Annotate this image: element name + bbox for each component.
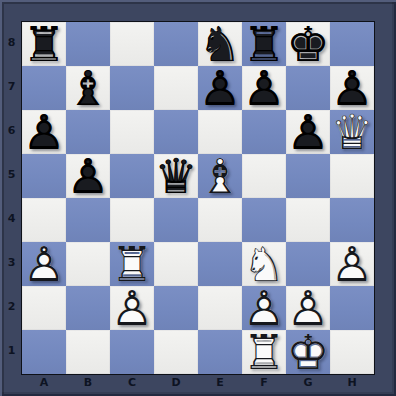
chessboard-frame: 87654321 ABCDEFGH ♜♖♞♘♜♖♚♔♝♗♟♙♟♙♟♙♟♙♟♙♛♕… [0, 0, 396, 396]
rank-label-1: 1 [2, 329, 21, 373]
square-b7[interactable]: ♝♗ [66, 66, 110, 110]
black-queen-outline: ♕ [154, 153, 198, 197]
rank-label-6: 6 [2, 109, 21, 153]
square-e1[interactable] [198, 330, 242, 374]
piece-white-queen-h6[interactable]: ♛♕ [330, 110, 374, 154]
square-c7[interactable] [110, 66, 154, 110]
piece-black-pawn-e7[interactable]: ♟♙ [198, 66, 242, 110]
black-king-outline: ♔ [286, 21, 330, 65]
piece-black-king-g8[interactable]: ♚♔ [286, 22, 330, 66]
piece-white-pawn-a3[interactable]: ♟♙ [22, 242, 66, 286]
piece-black-pawn-g6[interactable]: ♟♙ [286, 110, 330, 154]
square-a8[interactable]: ♜♖ [22, 22, 66, 66]
square-f1[interactable]: ♜♖ [242, 330, 286, 374]
square-g8[interactable]: ♚♔ [286, 22, 330, 66]
rank-label-5: 5 [2, 153, 21, 197]
square-c2[interactable]: ♟♙ [110, 286, 154, 330]
square-a1[interactable] [22, 330, 66, 374]
rank-labels: 87654321 [0, 21, 21, 375]
piece-black-pawn-b5[interactable]: ♟♙ [66, 154, 110, 198]
square-f6[interactable] [242, 110, 286, 154]
square-c1[interactable] [110, 330, 154, 374]
rank-label-8: 8 [2, 21, 21, 65]
white-queen-outline: ♕ [330, 109, 374, 153]
white-rook-outline: ♖ [110, 241, 154, 285]
black-pawn-outline: ♙ [286, 109, 330, 153]
square-f7[interactable]: ♟♙ [242, 66, 286, 110]
square-e3[interactable] [198, 242, 242, 286]
white-pawn-outline: ♙ [286, 285, 330, 329]
square-b3[interactable] [66, 242, 110, 286]
square-d5[interactable]: ♛♕ [154, 154, 198, 198]
square-d3[interactable] [154, 242, 198, 286]
square-g4[interactable] [286, 198, 330, 242]
piece-white-pawn-c2[interactable]: ♟♙ [110, 286, 154, 330]
square-h2[interactable] [330, 286, 374, 330]
square-c6[interactable] [110, 110, 154, 154]
rank-label-7: 7 [2, 65, 21, 109]
piece-black-rook-a8[interactable]: ♜♖ [22, 22, 66, 66]
square-e2[interactable] [198, 286, 242, 330]
square-b2[interactable] [66, 286, 110, 330]
white-pawn-outline: ♙ [110, 285, 154, 329]
piece-white-rook-f1[interactable]: ♜♖ [242, 330, 286, 374]
file-label-c: C [110, 375, 154, 393]
square-e4[interactable] [198, 198, 242, 242]
square-d4[interactable] [154, 198, 198, 242]
square-h1[interactable] [330, 330, 374, 374]
square-e7[interactable]: ♟♙ [198, 66, 242, 110]
square-f5[interactable] [242, 154, 286, 198]
rank-label-2: 2 [2, 285, 21, 329]
black-rook-outline: ♖ [22, 21, 66, 65]
black-pawn-outline: ♙ [242, 65, 286, 109]
square-c5[interactable] [110, 154, 154, 198]
square-d1[interactable] [154, 330, 198, 374]
rank-label-3: 3 [2, 241, 21, 285]
black-bishop-outline: ♗ [66, 65, 110, 109]
file-label-b: B [66, 375, 110, 393]
black-rook-outline: ♖ [242, 21, 286, 65]
square-d8[interactable] [154, 22, 198, 66]
white-knight-outline: ♘ [242, 241, 286, 285]
piece-black-bishop-b7[interactable]: ♝♗ [66, 66, 110, 110]
file-label-h: H [330, 375, 374, 393]
file-label-a: A [22, 375, 66, 393]
piece-black-pawn-a6[interactable]: ♟♙ [22, 110, 66, 154]
square-d2[interactable] [154, 286, 198, 330]
square-d7[interactable] [154, 66, 198, 110]
square-h6[interactable]: ♛♕ [330, 110, 374, 154]
chess-board: ♜♖♞♘♜♖♚♔♝♗♟♙♟♙♟♙♟♙♟♙♛♕♟♙♛♕♝♗♟♙♜♖♞♘♟♙♟♙♟♙… [21, 21, 375, 375]
black-pawn-outline: ♙ [66, 153, 110, 197]
black-pawn-outline: ♙ [198, 65, 242, 109]
white-king-outline: ♔ [286, 329, 330, 373]
square-a6[interactable]: ♟♙ [22, 110, 66, 154]
rank-label-4: 4 [2, 197, 21, 241]
black-knight-outline: ♘ [198, 21, 242, 65]
square-a5[interactable] [22, 154, 66, 198]
piece-black-pawn-f7[interactable]: ♟♙ [242, 66, 286, 110]
white-pawn-outline: ♙ [22, 241, 66, 285]
white-bishop-outline: ♗ [198, 153, 242, 197]
square-c8[interactable] [110, 22, 154, 66]
square-a3[interactable]: ♟♙ [22, 242, 66, 286]
square-e5[interactable]: ♝♗ [198, 154, 242, 198]
piece-white-pawn-h3[interactable]: ♟♙ [330, 242, 374, 286]
file-label-d: D [154, 375, 198, 393]
square-b1[interactable] [66, 330, 110, 374]
square-h3[interactable]: ♟♙ [330, 242, 374, 286]
square-g6[interactable]: ♟♙ [286, 110, 330, 154]
square-g1[interactable]: ♚♔ [286, 330, 330, 374]
white-rook-outline: ♖ [242, 329, 286, 373]
piece-black-queen-d5[interactable]: ♛♕ [154, 154, 198, 198]
square-g5[interactable] [286, 154, 330, 198]
white-pawn-outline: ♙ [330, 241, 374, 285]
piece-white-bishop-e5[interactable]: ♝♗ [198, 154, 242, 198]
square-b5[interactable]: ♟♙ [66, 154, 110, 198]
white-pawn-outline: ♙ [242, 285, 286, 329]
piece-white-king-g1[interactable]: ♚♔ [286, 330, 330, 374]
file-label-e: E [198, 375, 242, 393]
square-b4[interactable] [66, 198, 110, 242]
square-h5[interactable] [330, 154, 374, 198]
black-pawn-outline: ♙ [22, 109, 66, 153]
black-pawn-outline: ♙ [330, 65, 374, 109]
square-a2[interactable] [22, 286, 66, 330]
